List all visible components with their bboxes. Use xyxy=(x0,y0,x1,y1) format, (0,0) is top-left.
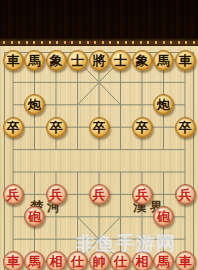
piece-black-advisor[interactable]: 士 xyxy=(67,50,88,71)
piece-black-soldier[interactable]: 卒 xyxy=(46,117,67,138)
nail-dots xyxy=(3,41,195,44)
piece-black-chariot[interactable]: 車 xyxy=(175,50,196,71)
board-edge-nail-strip xyxy=(0,38,198,46)
piece-black-general[interactable]: 將 xyxy=(89,50,110,71)
piece-black-elephant[interactable]: 象 xyxy=(132,50,153,71)
piece-red-horse[interactable]: 馬 xyxy=(24,251,45,270)
board-grid-lines xyxy=(0,46,198,270)
piece-red-soldier[interactable]: 兵 xyxy=(132,184,153,205)
piece-black-soldier[interactable]: 卒 xyxy=(89,117,110,138)
piece-black-advisor[interactable]: 士 xyxy=(110,50,131,71)
piece-black-soldier[interactable]: 卒 xyxy=(175,117,196,138)
piece-red-chariot[interactable]: 車 xyxy=(3,251,24,270)
piece-black-horse[interactable]: 馬 xyxy=(24,50,45,71)
piece-red-chariot[interactable]: 車 xyxy=(175,251,196,270)
piece-black-horse[interactable]: 馬 xyxy=(153,50,174,71)
piece-black-chariot[interactable]: 車 xyxy=(3,50,24,71)
piece-red-advisor[interactable]: 仕 xyxy=(67,251,88,270)
piece-red-soldier[interactable]: 兵 xyxy=(3,184,24,205)
piece-red-advisor[interactable]: 仕 xyxy=(110,251,131,270)
piece-red-horse[interactable]: 馬 xyxy=(153,251,174,270)
piece-red-soldier[interactable]: 兵 xyxy=(46,184,67,205)
table-wood-background xyxy=(0,0,198,38)
xiangqi-board[interactable]: 楚河 漢界 xyxy=(0,46,198,270)
piece-black-elephant[interactable]: 象 xyxy=(46,50,67,71)
xiangqi-game-screen: 楚河 漢界 車馬象士將士象馬車炮炮卒卒卒卒卒兵兵兵兵兵砲砲車馬相仕帥仕相馬車 非… xyxy=(0,0,198,270)
piece-red-soldier[interactable]: 兵 xyxy=(89,184,110,205)
piece-black-soldier[interactable]: 卒 xyxy=(132,117,153,138)
piece-red-elephant[interactable]: 相 xyxy=(46,251,67,270)
piece-red-elephant[interactable]: 相 xyxy=(132,251,153,270)
piece-black-soldier[interactable]: 卒 xyxy=(3,117,24,138)
piece-red-soldier[interactable]: 兵 xyxy=(175,184,196,205)
piece-red-general[interactable]: 帥 xyxy=(89,251,110,270)
